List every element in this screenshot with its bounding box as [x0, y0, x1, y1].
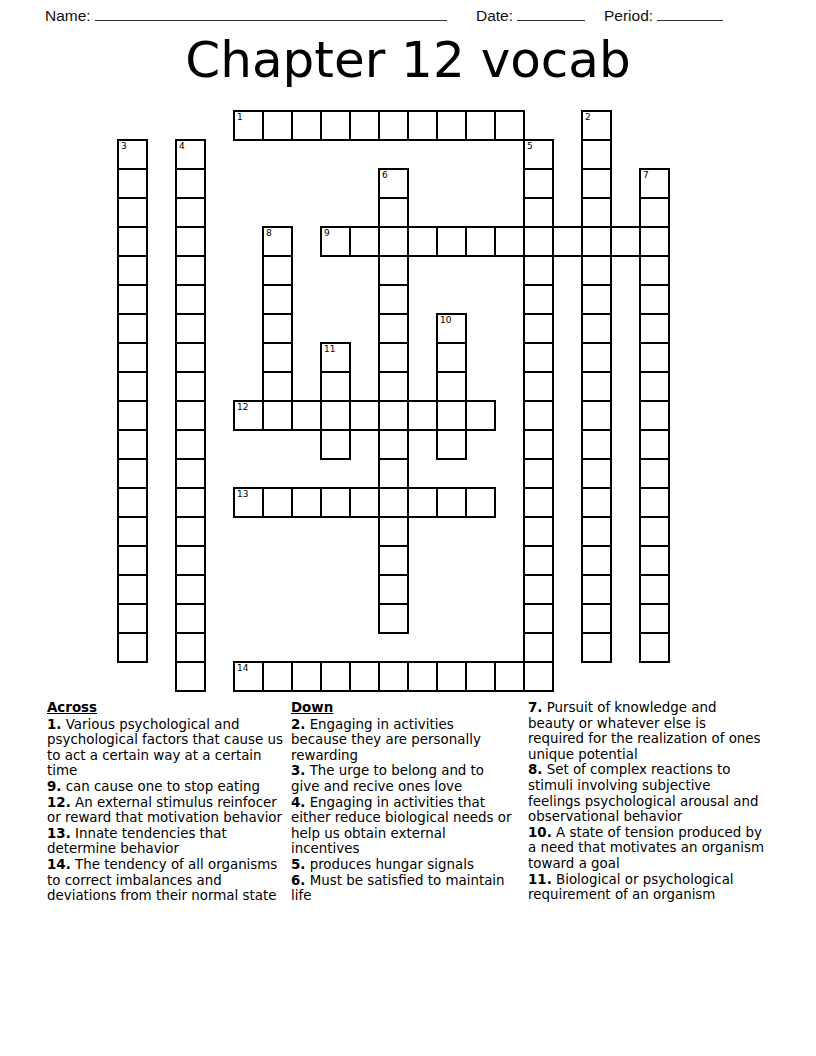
grid-cell-r17c16[interactable] — [581, 603, 612, 634]
grid-cell-r14c0[interactable] — [117, 516, 148, 547]
grid-cell-r18c14[interactable] — [523, 632, 554, 663]
grid-cell-r0c4[interactable]: 1 — [233, 110, 264, 141]
grid-cell-r16c14[interactable] — [523, 574, 554, 605]
grid-cell-r4c11[interactable] — [436, 226, 467, 257]
down-clues-column-continued: 7. Pursuit of knowledge and beauty or wh… — [528, 700, 765, 903]
clue-number-label: 14. — [47, 857, 71, 872]
grid-cell-r13c14[interactable] — [523, 487, 554, 518]
grid-cell-r18c2[interactable] — [175, 632, 206, 663]
grid-cell-r10c2[interactable] — [175, 400, 206, 431]
grid-cell-r13c2[interactable] — [175, 487, 206, 518]
grid-cell-r16c16[interactable] — [581, 574, 612, 605]
grid-cell-r6c16[interactable] — [581, 284, 612, 315]
cell-number-7: 7 — [643, 170, 649, 181]
grid-cell-r7c18[interactable] — [639, 313, 670, 344]
across-clue-13: 13. Innate tendencies that determine beh… — [47, 826, 285, 857]
grid-cell-r10c6[interactable] — [291, 400, 322, 431]
grid-cell-r12c18[interactable] — [639, 458, 670, 489]
across-heading: Across — [47, 700, 285, 716]
grid-cell-r1c0[interactable]: 3 — [117, 139, 148, 170]
grid-cell-r10c18[interactable] — [639, 400, 670, 431]
grid-cell-r5c5[interactable] — [262, 255, 293, 286]
cell-number-11: 11 — [324, 344, 335, 355]
clue-number-label: 13. — [47, 826, 71, 841]
clue-number-label: 12. — [47, 795, 71, 810]
grid-cell-r13c5[interactable] — [262, 487, 293, 518]
grid-cell-r17c2[interactable] — [175, 603, 206, 634]
grid-cell-r4c17[interactable] — [610, 226, 641, 257]
grid-cell-r12c0[interactable] — [117, 458, 148, 489]
grid-cell-r4c5[interactable]: 8 — [262, 226, 293, 257]
cell-number-13: 13 — [237, 489, 248, 500]
grid-cell-r0c13[interactable] — [494, 110, 525, 141]
grid-cell-r2c14[interactable] — [523, 168, 554, 199]
grid-cell-r1c14[interactable]: 5 — [523, 139, 554, 170]
grid-cell-r16c9[interactable] — [378, 574, 409, 605]
cell-number-2: 2 — [585, 112, 591, 123]
cell-number-3: 3 — [121, 141, 127, 152]
down-clue-11: 11. Biological or psychological requirem… — [528, 872, 765, 903]
grid-cell-r15c0[interactable] — [117, 545, 148, 576]
grid-cell-r14c9[interactable] — [378, 516, 409, 547]
grid-cell-r15c9[interactable] — [378, 545, 409, 576]
clue-number-label: 5. — [291, 857, 305, 872]
grid-cell-r10c4[interactable]: 12 — [233, 400, 264, 431]
grid-cell-r0c11[interactable] — [436, 110, 467, 141]
worksheet-page: Name: Date: Period: Chapter 12 vocab 123… — [0, 0, 816, 1056]
clue-number-label: 8. — [528, 762, 542, 777]
grid-cell-r17c18[interactable] — [639, 603, 670, 634]
grid-cell-r5c16[interactable] — [581, 255, 612, 286]
grid-cell-r11c7[interactable] — [320, 429, 351, 460]
clue-number-label: 1. — [47, 717, 61, 732]
grid-cell-r8c18[interactable] — [639, 342, 670, 373]
grid-cell-r13c12[interactable] — [465, 487, 496, 518]
grid-cell-r8c7[interactable]: 11 — [320, 342, 351, 373]
grid-cell-r13c11[interactable] — [436, 487, 467, 518]
grid-cell-r13c6[interactable] — [291, 487, 322, 518]
grid-cell-r10c7[interactable] — [320, 400, 351, 431]
grid-cell-r15c18[interactable] — [639, 545, 670, 576]
across-clue-1: 1. Various psychological and psychologic… — [47, 717, 285, 779]
grid-cell-r11c0[interactable] — [117, 429, 148, 460]
name-blank-line[interactable] — [95, 6, 447, 21]
grid-cell-r19c2[interactable] — [175, 661, 206, 692]
grid-cell-r13c8[interactable] — [349, 487, 380, 518]
grid-cell-r3c0[interactable] — [117, 197, 148, 228]
grid-cell-r17c14[interactable] — [523, 603, 554, 634]
grid-cell-r5c0[interactable] — [117, 255, 148, 286]
grid-cell-r9c0[interactable] — [117, 371, 148, 402]
down-clue-6: 6. Must be satisfied to maintain life — [291, 873, 513, 904]
grid-cell-r2c0[interactable] — [117, 168, 148, 199]
grid-cell-r9c16[interactable] — [581, 371, 612, 402]
grid-cell-r4c10[interactable] — [407, 226, 438, 257]
grid-cell-r15c14[interactable] — [523, 545, 554, 576]
down-clues-column: Down 2. Engaging in activities because t… — [291, 700, 513, 904]
grid-cell-r12c9[interactable] — [378, 458, 409, 489]
grid-cell-r19c9[interactable] — [378, 661, 409, 692]
grid-cell-r19c12[interactable] — [465, 661, 496, 692]
grid-cell-r11c16[interactable] — [581, 429, 612, 460]
grid-cell-r1c2[interactable]: 4 — [175, 139, 206, 170]
grid-cell-r0c9[interactable] — [378, 110, 409, 141]
grid-cell-r3c16[interactable] — [581, 197, 612, 228]
grid-cell-r4c12[interactable] — [465, 226, 496, 257]
page-title: Chapter 12 vocab — [0, 33, 816, 88]
grid-cell-r13c9[interactable] — [378, 487, 409, 518]
grid-cell-r9c2[interactable] — [175, 371, 206, 402]
clue-number-label: 3. — [291, 763, 305, 778]
grid-cell-r6c9[interactable] — [378, 284, 409, 315]
grid-cell-r15c16[interactable] — [581, 545, 612, 576]
grid-cell-r7c0[interactable] — [117, 313, 148, 344]
clue-number-label: 11. — [528, 872, 552, 887]
grid-cell-r17c0[interactable] — [117, 603, 148, 634]
cell-number-10: 10 — [440, 315, 451, 326]
clue-number-label: 4. — [291, 795, 305, 810]
down-clue-3: 3. The urge to belong and to give and re… — [291, 763, 513, 794]
grid-cell-r7c14[interactable] — [523, 313, 554, 344]
grid-cell-r9c9[interactable] — [378, 371, 409, 402]
grid-cell-r16c2[interactable] — [175, 574, 206, 605]
grid-cell-r10c12[interactable] — [465, 400, 496, 431]
grid-cell-r19c10[interactable] — [407, 661, 438, 692]
clue-number-label: 10. — [528, 825, 552, 840]
grid-cell-r11c14[interactable] — [523, 429, 554, 460]
grid-cell-r19c4[interactable]: 14 — [233, 661, 264, 692]
grid-cell-r16c18[interactable] — [639, 574, 670, 605]
cell-number-5: 5 — [527, 141, 533, 152]
grid-cell-r19c8[interactable] — [349, 661, 380, 692]
date-label: Date: — [476, 7, 513, 24]
grid-cell-r0c7[interactable] — [320, 110, 351, 141]
grid-cell-r5c14[interactable] — [523, 255, 554, 286]
down-clue-5: 5. produces hungar signals — [291, 857, 513, 873]
down-clue-8: 8. Set of complex reactions to stimuli i… — [528, 762, 765, 824]
cell-number-6: 6 — [382, 170, 388, 181]
grid-cell-r11c9[interactable] — [378, 429, 409, 460]
grid-cell-r9c7[interactable] — [320, 371, 351, 402]
grid-cell-r11c18[interactable] — [639, 429, 670, 460]
grid-cell-r6c18[interactable] — [639, 284, 670, 315]
grid-cell-r0c16[interactable]: 2 — [581, 110, 612, 141]
grid-cell-r10c14[interactable] — [523, 400, 554, 431]
grid-cell-r19c11[interactable] — [436, 661, 467, 692]
grid-cell-r5c18[interactable] — [639, 255, 670, 286]
grid-cell-r8c0[interactable] — [117, 342, 148, 373]
period-blank-line[interactable] — [657, 6, 723, 21]
grid-cell-r13c0[interactable] — [117, 487, 148, 518]
grid-cell-r12c14[interactable] — [523, 458, 554, 489]
grid-cell-r6c14[interactable] — [523, 284, 554, 315]
across-clue-14: 14. The tendency of all organisms to cor… — [47, 857, 285, 904]
grid-cell-r4c15[interactable] — [552, 226, 583, 257]
grid-cell-r8c16[interactable] — [581, 342, 612, 373]
grid-cell-r13c18[interactable] — [639, 487, 670, 518]
grid-cell-r4c7[interactable]: 9 — [320, 226, 351, 257]
grid-cell-r12c2[interactable] — [175, 458, 206, 489]
grid-cell-r6c5[interactable] — [262, 284, 293, 315]
grid-cell-r4c9[interactable] — [378, 226, 409, 257]
crossword-grid: 1234567891011121314 — [117, 110, 670, 692]
grid-cell-r7c2[interactable] — [175, 313, 206, 344]
grid-cell-r19c6[interactable] — [291, 661, 322, 692]
down-clue-2: 2. Engaging in activities because they a… — [291, 717, 513, 764]
down-clue-10: 10. A state of tension produced by a nee… — [528, 825, 765, 872]
grid-cell-r18c0[interactable] — [117, 632, 148, 663]
grid-cell-r18c18[interactable] — [639, 632, 670, 663]
grid-cell-r3c18[interactable] — [639, 197, 670, 228]
grid-cell-r4c8[interactable] — [349, 226, 380, 257]
grid-cell-r18c16[interactable] — [581, 632, 612, 663]
grid-cell-r16c0[interactable] — [117, 574, 148, 605]
grid-cell-r2c16[interactable] — [581, 168, 612, 199]
grid-cell-r0c12[interactable] — [465, 110, 496, 141]
clue-number-label: 9. — [47, 779, 61, 794]
grid-cell-r10c9[interactable] — [378, 400, 409, 431]
grid-cell-r4c18[interactable] — [639, 226, 670, 257]
grid-cell-r9c11[interactable] — [436, 371, 467, 402]
down-clue-7: 7. Pursuit of knowledge and beauty or wh… — [528, 700, 765, 762]
grid-cell-r10c10[interactable] — [407, 400, 438, 431]
grid-cell-r14c18[interactable] — [639, 516, 670, 547]
date-field-group: Date: — [476, 6, 585, 25]
cell-number-1: 1 — [237, 112, 243, 123]
grid-cell-r10c8[interactable] — [349, 400, 380, 431]
grid-cell-r9c5[interactable] — [262, 371, 293, 402]
cell-number-4: 4 — [179, 141, 185, 152]
grid-cell-r7c9[interactable] — [378, 313, 409, 344]
grid-cell-r8c14[interactable] — [523, 342, 554, 373]
across-clues-column: Across 1. Various psychological and psyc… — [47, 700, 285, 904]
grid-cell-r10c0[interactable] — [117, 400, 148, 431]
grid-cell-r4c0[interactable] — [117, 226, 148, 257]
grid-cell-r3c2[interactable] — [175, 197, 206, 228]
grid-cell-r7c5[interactable] — [262, 313, 293, 344]
grid-cell-r13c7[interactable] — [320, 487, 351, 518]
grid-cell-r9c14[interactable] — [523, 371, 554, 402]
name-field-group: Name: — [45, 6, 447, 25]
grid-cell-r12c16[interactable] — [581, 458, 612, 489]
grid-cell-r4c14[interactable] — [523, 226, 554, 257]
grid-cell-r8c5[interactable] — [262, 342, 293, 373]
grid-cell-r1c16[interactable] — [581, 139, 612, 170]
down-clue-4: 4. Engaging in activities that either re… — [291, 795, 513, 857]
grid-cell-r14c2[interactable] — [175, 516, 206, 547]
cell-number-14: 14 — [237, 663, 248, 674]
grid-cell-r10c11[interactable] — [436, 400, 467, 431]
down-heading: Down — [291, 700, 513, 716]
grid-cell-r14c14[interactable] — [523, 516, 554, 547]
grid-cell-r13c16[interactable] — [581, 487, 612, 518]
across-clue-9: 9. can cause one to stop eating — [47, 779, 285, 795]
grid-cell-r0c10[interactable] — [407, 110, 438, 141]
grid-cell-r5c2[interactable] — [175, 255, 206, 286]
grid-cell-r13c10[interactable] — [407, 487, 438, 518]
grid-cell-r17c9[interactable] — [378, 603, 409, 634]
cell-number-9: 9 — [324, 228, 330, 239]
grid-cell-r6c0[interactable] — [117, 284, 148, 315]
clue-number-label: 7. — [528, 700, 542, 715]
grid-cell-r10c16[interactable] — [581, 400, 612, 431]
grid-cell-r10c5[interactable] — [262, 400, 293, 431]
grid-cell-r19c14[interactable] — [523, 661, 554, 692]
grid-cell-r5c9[interactable] — [378, 255, 409, 286]
grid-cell-r19c5[interactable] — [262, 661, 293, 692]
date-blank-line[interactable] — [517, 6, 585, 21]
period-label: Period: — [604, 7, 653, 24]
grid-cell-r4c13[interactable] — [494, 226, 525, 257]
grid-cell-r8c9[interactable] — [378, 342, 409, 373]
grid-cell-r13c4[interactable]: 13 — [233, 487, 264, 518]
grid-cell-r11c2[interactable] — [175, 429, 206, 460]
grid-cell-r4c16[interactable] — [581, 226, 612, 257]
grid-cell-r11c11[interactable] — [436, 429, 467, 460]
grid-cell-r0c6[interactable] — [291, 110, 322, 141]
grid-cell-r8c2[interactable] — [175, 342, 206, 373]
grid-cell-r3c9[interactable] — [378, 197, 409, 228]
grid-cell-r2c9[interactable]: 6 — [378, 168, 409, 199]
cell-number-12: 12 — [237, 402, 248, 413]
grid-cell-r6c2[interactable] — [175, 284, 206, 315]
clue-number-label: 2. — [291, 717, 305, 732]
grid-cell-r19c7[interactable] — [320, 661, 351, 692]
grid-cell-r19c13[interactable] — [494, 661, 525, 692]
grid-cell-r7c11[interactable]: 10 — [436, 313, 467, 344]
grid-cell-r14c16[interactable] — [581, 516, 612, 547]
grid-cell-r3c14[interactable] — [523, 197, 554, 228]
clue-number-label: 6. — [291, 873, 305, 888]
grid-cell-r0c8[interactable] — [349, 110, 380, 141]
grid-cell-r9c18[interactable] — [639, 371, 670, 402]
period-field-group: Period: — [604, 6, 723, 25]
grid-cell-r7c16[interactable] — [581, 313, 612, 344]
name-label: Name: — [45, 7, 91, 24]
grid-cell-r2c18[interactable]: 7 — [639, 168, 670, 199]
grid-cell-r8c11[interactable] — [436, 342, 467, 373]
across-clue-12: 12. An external stimulus reinfocer or re… — [47, 795, 285, 826]
grid-cell-r0c5[interactable] — [262, 110, 293, 141]
cell-number-8: 8 — [266, 228, 272, 239]
grid-cell-r15c2[interactable] — [175, 545, 206, 576]
grid-cell-r4c2[interactable] — [175, 226, 206, 257]
grid-cell-r2c2[interactable] — [175, 168, 206, 199]
